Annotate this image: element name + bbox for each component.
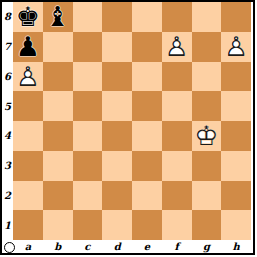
square-h5[interactable] [221, 91, 251, 121]
square-a5[interactable] [13, 91, 43, 121]
square-c2[interactable] [73, 181, 103, 211]
square-g6[interactable] [192, 62, 222, 92]
piece-white-pawn-h7[interactable]: ♙ [221, 32, 251, 62]
square-e5[interactable] [132, 91, 162, 121]
square-e8[interactable] [132, 2, 162, 32]
square-e7[interactable] [132, 32, 162, 62]
rank-label-7: 7 [2, 32, 13, 62]
square-h7[interactable]: ♟♙ [221, 32, 251, 62]
square-g2[interactable] [192, 181, 222, 211]
square-b6[interactable] [43, 62, 73, 92]
square-b5[interactable] [43, 91, 73, 121]
square-a8[interactable]: ♚ [13, 2, 43, 32]
square-b3[interactable] [43, 151, 73, 181]
square-g8[interactable] [192, 2, 222, 32]
file-label-a: a [13, 240, 43, 253]
square-g1[interactable] [192, 210, 222, 240]
square-b4[interactable] [43, 121, 73, 151]
square-f3[interactable] [162, 151, 192, 181]
rank-label-1: 1 [2, 210, 13, 240]
white-pawn-fill: ♟ [13, 62, 43, 92]
square-a2[interactable] [13, 181, 43, 211]
square-f6[interactable] [162, 62, 192, 92]
square-d2[interactable] [102, 181, 132, 211]
square-h8[interactable] [221, 2, 251, 32]
piece-white-king-g4[interactable]: ♔ [192, 121, 222, 151]
square-c7[interactable] [73, 32, 103, 62]
white-pawn-fill: ♟ [221, 32, 251, 62]
chess-board[interactable]: ♚♝♟♟♙♟♙♟♙♚♔ [13, 2, 251, 240]
chess-diagram: 87654321 ♚♝♟♟♙♟♙♟♙♚♔ abcdefgh [0, 0, 257, 257]
square-f1[interactable] [162, 210, 192, 240]
white-king-fill: ♚ [192, 121, 222, 151]
piece-black-bishop-b8[interactable]: ♝ [43, 2, 73, 32]
square-d5[interactable] [102, 91, 132, 121]
square-d8[interactable] [102, 2, 132, 32]
square-a3[interactable] [13, 151, 43, 181]
square-h4[interactable] [221, 121, 251, 151]
square-f5[interactable] [162, 91, 192, 121]
square-d6[interactable] [102, 62, 132, 92]
square-e6[interactable] [132, 62, 162, 92]
board-frame: 87654321 ♚♝♟♟♙♟♙♟♙♚♔ abcdefgh [0, 0, 255, 255]
square-c8[interactable] [73, 2, 103, 32]
piece-white-pawn-a6[interactable]: ♙ [13, 62, 43, 92]
square-d1[interactable] [102, 210, 132, 240]
rank-label-5: 5 [2, 91, 13, 121]
rank-label-4: 4 [2, 121, 13, 151]
square-a4[interactable] [13, 121, 43, 151]
piece-white-pawn-f7[interactable]: ♙ [162, 32, 192, 62]
square-b1[interactable] [43, 210, 73, 240]
square-g7[interactable] [192, 32, 222, 62]
square-e2[interactable] [132, 181, 162, 211]
square-f4[interactable] [162, 121, 192, 151]
square-c4[interactable] [73, 121, 103, 151]
file-label-b: b [43, 240, 73, 253]
square-g3[interactable] [192, 151, 222, 181]
square-d7[interactable] [102, 32, 132, 62]
file-label-c: c [73, 240, 103, 253]
square-e4[interactable] [132, 121, 162, 151]
rank-labels: 87654321 [2, 2, 13, 240]
square-g5[interactable] [192, 91, 222, 121]
square-a6[interactable]: ♟♙ [13, 62, 43, 92]
square-c1[interactable] [73, 210, 103, 240]
file-labels: abcdefgh [13, 240, 251, 253]
piece-black-king-a8[interactable]: ♚ [13, 2, 43, 32]
piece-black-pawn-a7[interactable]: ♟ [13, 32, 43, 62]
file-label-e: e [132, 240, 162, 253]
white-pawn-fill: ♟ [162, 32, 192, 62]
square-d3[interactable] [102, 151, 132, 181]
square-a7[interactable]: ♟ [13, 32, 43, 62]
square-h3[interactable] [221, 151, 251, 181]
square-h6[interactable] [221, 62, 251, 92]
square-f2[interactable] [162, 181, 192, 211]
square-b7[interactable] [43, 32, 73, 62]
turn-indicator-white-to-move [4, 242, 15, 253]
square-c3[interactable] [73, 151, 103, 181]
rank-label-3: 3 [2, 151, 13, 181]
square-e3[interactable] [132, 151, 162, 181]
square-c6[interactable] [73, 62, 103, 92]
square-f7[interactable]: ♟♙ [162, 32, 192, 62]
square-b2[interactable] [43, 181, 73, 211]
square-h2[interactable] [221, 181, 251, 211]
square-e1[interactable] [132, 210, 162, 240]
file-label-f: f [162, 240, 192, 253]
square-f8[interactable] [162, 2, 192, 32]
rank-label-2: 2 [2, 181, 13, 211]
square-d4[interactable] [102, 121, 132, 151]
file-label-d: d [102, 240, 132, 253]
square-a1[interactable] [13, 210, 43, 240]
rank-label-8: 8 [2, 2, 13, 32]
square-c5[interactable] [73, 91, 103, 121]
file-label-g: g [192, 240, 222, 253]
square-b8[interactable]: ♝ [43, 2, 73, 32]
square-h1[interactable] [221, 210, 251, 240]
rank-label-6: 6 [2, 62, 13, 92]
square-g4[interactable]: ♚♔ [192, 121, 222, 151]
file-label-h: h [221, 240, 251, 253]
